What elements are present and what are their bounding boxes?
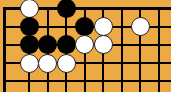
stone-white-B16 — [20, 54, 39, 73]
stone-white-B19 — [20, 0, 39, 18]
grid-line-horizontal — [3, 80, 171, 82]
stone-white-D16 — [57, 54, 76, 73]
stone-white-C16 — [38, 54, 57, 73]
stone-black-B17 — [20, 35, 39, 54]
stone-white-E17 — [75, 35, 94, 54]
stone-white-F17 — [94, 35, 113, 54]
stone-black-B18 — [20, 17, 39, 36]
go-board[interactable] — [0, 0, 171, 92]
stone-white-F18 — [94, 17, 113, 36]
stone-black-E18 — [75, 17, 94, 36]
stone-black-C17 — [38, 35, 57, 54]
stone-black-D17 — [57, 35, 76, 54]
stone-white-H18 — [131, 17, 150, 36]
stone-black-D19 — [57, 0, 76, 18]
screenshot-root — [0, 0, 171, 92]
